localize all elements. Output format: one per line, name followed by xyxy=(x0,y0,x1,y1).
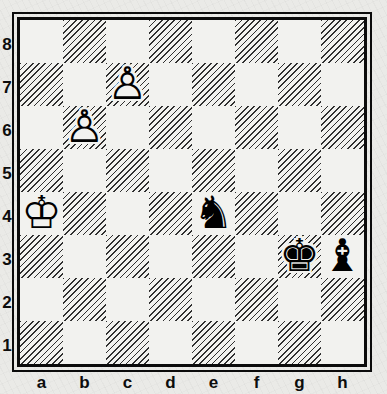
square-a7[interactable] xyxy=(20,63,63,106)
file-label-b: b xyxy=(63,371,106,394)
piece-glyph: ♝ xyxy=(322,233,362,278)
board-frame: ♟♙♟♙♚♔♞♞♚♚♝♝ xyxy=(12,12,372,372)
square-h6[interactable] xyxy=(321,106,364,149)
piece-glyph: ♔ xyxy=(21,190,61,235)
piece-glyph: ♞ xyxy=(193,190,233,235)
square-h5[interactable] xyxy=(321,149,364,192)
square-f3[interactable] xyxy=(235,235,278,278)
square-a8[interactable] xyxy=(20,20,63,63)
board-inner-border: ♟♙♟♙♚♔♞♞♚♚♝♝ xyxy=(17,17,367,367)
square-a3[interactable] xyxy=(20,235,63,278)
square-g3[interactable]: ♚♚ xyxy=(278,235,321,278)
square-c4[interactable] xyxy=(106,192,149,235)
square-h1[interactable] xyxy=(321,321,364,364)
file-labels: abcdefgh xyxy=(20,371,364,394)
square-e2[interactable] xyxy=(192,278,235,321)
square-f7[interactable] xyxy=(235,63,278,106)
square-d6[interactable] xyxy=(149,106,192,149)
square-b5[interactable] xyxy=(63,149,106,192)
square-a6[interactable] xyxy=(20,106,63,149)
piece-glyph: ♙ xyxy=(64,104,104,149)
rank-label-4: 4 xyxy=(0,195,14,238)
square-c3[interactable] xyxy=(106,235,149,278)
square-e1[interactable] xyxy=(192,321,235,364)
square-f4[interactable] xyxy=(235,192,278,235)
square-g7[interactable] xyxy=(278,63,321,106)
square-a4[interactable]: ♚♔ xyxy=(20,192,63,235)
file-label-h: h xyxy=(321,371,364,394)
square-e8[interactable] xyxy=(192,20,235,63)
square-b2[interactable] xyxy=(63,278,106,321)
file-label-d: d xyxy=(149,371,192,394)
piece-glyph: ♙ xyxy=(107,61,147,106)
square-c1[interactable] xyxy=(106,321,149,364)
square-a2[interactable] xyxy=(20,278,63,321)
square-b4[interactable] xyxy=(63,192,106,235)
square-e4[interactable]: ♞♞ xyxy=(192,192,235,235)
white-pawn[interactable]: ♟♙ xyxy=(106,63,149,106)
square-f1[interactable] xyxy=(235,321,278,364)
square-b1[interactable] xyxy=(63,321,106,364)
square-d2[interactable] xyxy=(149,278,192,321)
square-f5[interactable] xyxy=(235,149,278,192)
white-pawn[interactable]: ♟♙ xyxy=(63,106,106,149)
file-label-c: c xyxy=(106,371,149,394)
chess-diagram: ♟♙♟♙♚♔♞♞♚♚♝♝ 87654321 abcdefgh xyxy=(0,0,387,394)
rank-label-8: 8 xyxy=(0,23,14,66)
rank-label-1: 1 xyxy=(0,324,14,367)
file-label-e: e xyxy=(192,371,235,394)
square-c6[interactable] xyxy=(106,106,149,149)
square-d7[interactable] xyxy=(149,63,192,106)
rank-label-7: 7 xyxy=(0,66,14,109)
square-f6[interactable] xyxy=(235,106,278,149)
square-g2[interactable] xyxy=(278,278,321,321)
black-knight[interactable]: ♞♞ xyxy=(192,192,235,235)
black-bishop[interactable]: ♝♝ xyxy=(321,235,364,278)
square-c7[interactable]: ♟♙ xyxy=(106,63,149,106)
square-f8[interactable] xyxy=(235,20,278,63)
square-b6[interactable]: ♟♙ xyxy=(63,106,106,149)
rank-label-5: 5 xyxy=(0,152,14,195)
square-b3[interactable] xyxy=(63,235,106,278)
chess-board: ♟♙♟♙♚♔♞♞♚♚♝♝ xyxy=(20,20,364,364)
square-g5[interactable] xyxy=(278,149,321,192)
square-c2[interactable] xyxy=(106,278,149,321)
square-d8[interactable] xyxy=(149,20,192,63)
square-f2[interactable] xyxy=(235,278,278,321)
rank-label-3: 3 xyxy=(0,238,14,281)
square-d1[interactable] xyxy=(149,321,192,364)
rank-label-6: 6 xyxy=(0,109,14,152)
square-c5[interactable] xyxy=(106,149,149,192)
square-h8[interactable] xyxy=(321,20,364,63)
rank-label-2: 2 xyxy=(0,281,14,324)
square-b8[interactable] xyxy=(63,20,106,63)
square-a1[interactable] xyxy=(20,321,63,364)
square-e7[interactable] xyxy=(192,63,235,106)
rank-labels: 87654321 xyxy=(0,23,14,367)
square-g8[interactable] xyxy=(278,20,321,63)
file-label-f: f xyxy=(235,371,278,394)
square-g6[interactable] xyxy=(278,106,321,149)
square-e6[interactable] xyxy=(192,106,235,149)
square-e3[interactable] xyxy=(192,235,235,278)
square-d4[interactable] xyxy=(149,192,192,235)
square-h7[interactable] xyxy=(321,63,364,106)
square-d3[interactable] xyxy=(149,235,192,278)
black-king[interactable]: ♚♚ xyxy=(278,235,321,278)
file-label-a: a xyxy=(20,371,63,394)
square-h3[interactable]: ♝♝ xyxy=(321,235,364,278)
file-label-g: g xyxy=(278,371,321,394)
piece-glyph: ♚ xyxy=(279,233,319,278)
square-g1[interactable] xyxy=(278,321,321,364)
square-d5[interactable] xyxy=(149,149,192,192)
square-h2[interactable] xyxy=(321,278,364,321)
white-king[interactable]: ♚♔ xyxy=(20,192,63,235)
